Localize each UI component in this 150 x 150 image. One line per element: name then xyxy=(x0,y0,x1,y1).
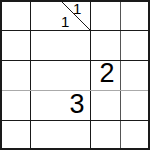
cell-r4-c1[interactable] xyxy=(30,120,60,150)
cell-r1-c2[interactable] xyxy=(60,30,90,60)
cell-r2-c0[interactable] xyxy=(0,60,30,90)
cell-r0-c0[interactable] xyxy=(0,0,30,30)
cell-r3-c2[interactable]: 3 xyxy=(60,90,90,120)
cell-r3-c4[interactable] xyxy=(120,90,150,120)
cell-r4-c4[interactable] xyxy=(120,120,150,150)
cell-r2-c1[interactable] xyxy=(30,60,60,90)
cell-r0-c3[interactable] xyxy=(90,0,120,30)
cell-r0-c4[interactable] xyxy=(120,0,150,30)
cell-r2-c3[interactable]: 2 xyxy=(90,60,120,90)
cell-r3-c1[interactable] xyxy=(30,90,60,120)
cell-r2-c2[interactable] xyxy=(60,60,90,90)
cell-r1-c1[interactable] xyxy=(30,30,60,60)
cell-r0-c1[interactable] xyxy=(30,0,60,30)
cell-value-3: 3 xyxy=(69,91,84,118)
cell-grid: 1 1 2 3 xyxy=(0,0,150,150)
puzzle-board: 1 1 2 3 xyxy=(0,0,150,150)
cell-value-2: 2 xyxy=(99,60,114,87)
clue-cell: 1 1 xyxy=(60,0,90,30)
cell-r3-c0[interactable] xyxy=(0,90,30,120)
cell-r1-c4[interactable] xyxy=(120,30,150,60)
cell-r3-c3[interactable] xyxy=(90,90,120,120)
cell-r1-c0[interactable] xyxy=(0,30,30,60)
cell-r4-c0[interactable] xyxy=(0,120,30,150)
clue-lower-left: 1 xyxy=(61,14,69,29)
cell-r2-c4[interactable] xyxy=(120,60,150,90)
cell-r4-c2[interactable] xyxy=(60,120,90,150)
clue-upper-right: 1 xyxy=(73,1,81,16)
cell-r4-c3[interactable] xyxy=(90,120,120,150)
cell-r1-c3[interactable] xyxy=(90,30,120,60)
